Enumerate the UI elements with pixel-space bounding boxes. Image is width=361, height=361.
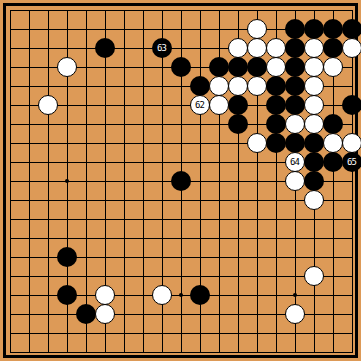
star-point [179, 293, 183, 297]
stone-black[interactable] [171, 57, 191, 77]
stone-white[interactable] [228, 38, 248, 58]
stone-black[interactable] [304, 152, 324, 172]
stone-white[interactable] [285, 114, 305, 134]
stone-black[interactable] [304, 133, 324, 153]
stone-white[interactable] [38, 95, 58, 115]
stone-black[interactable] [95, 38, 115, 58]
move-64-stone-white[interactable]: 64 [285, 152, 305, 172]
move-number-label: 63 [157, 44, 166, 53]
stone-white[interactable] [304, 266, 324, 286]
stone-white[interactable] [209, 76, 229, 96]
stone-black[interactable] [304, 19, 324, 39]
stone-black[interactable] [171, 171, 191, 191]
stone-white[interactable] [304, 114, 324, 134]
move-63-stone-black[interactable]: 63 [152, 38, 172, 58]
stone-white[interactable] [209, 95, 229, 115]
stone-black[interactable] [228, 57, 248, 77]
stone-black[interactable] [266, 114, 286, 134]
stone-white[interactable] [323, 57, 343, 77]
stone-white[interactable] [247, 19, 267, 39]
stone-black[interactable] [285, 19, 305, 39]
stone-black[interactable] [342, 95, 361, 115]
stone-white[interactable] [152, 285, 172, 305]
stone-black[interactable] [57, 285, 77, 305]
stone-white[interactable] [247, 76, 267, 96]
star-point [65, 179, 69, 183]
stone-black[interactable] [323, 38, 343, 58]
stone-white[interactable] [323, 133, 343, 153]
move-62-stone-white[interactable]: 62 [190, 95, 210, 115]
stone-white[interactable] [95, 285, 115, 305]
stone-black[interactable] [342, 19, 361, 39]
stone-black[interactable] [228, 114, 248, 134]
stone-black[interactable] [266, 133, 286, 153]
stone-black[interactable] [285, 95, 305, 115]
stone-white[interactable] [285, 304, 305, 324]
go-board[interactable]: 63626465 [0, 0, 361, 361]
stone-white[interactable] [266, 57, 286, 77]
stone-white[interactable] [285, 171, 305, 191]
stone-white[interactable] [304, 57, 324, 77]
stone-black[interactable] [323, 152, 343, 172]
stone-black[interactable] [285, 57, 305, 77]
move-number-label: 62 [195, 101, 204, 110]
stone-black[interactable] [190, 285, 210, 305]
stone-white[interactable] [342, 38, 361, 58]
stone-black[interactable] [285, 38, 305, 58]
stone-white[interactable] [304, 95, 324, 115]
stone-white[interactable] [95, 304, 115, 324]
stone-black[interactable] [190, 76, 210, 96]
stone-black[interactable] [285, 133, 305, 153]
stone-black[interactable] [209, 57, 229, 77]
stone-white[interactable] [304, 190, 324, 210]
move-number-label: 65 [347, 158, 356, 167]
stone-white[interactable] [228, 76, 248, 96]
star-point [293, 293, 297, 297]
move-65-stone-black[interactable]: 65 [342, 152, 361, 172]
stone-white[interactable] [247, 133, 267, 153]
stone-white[interactable] [342, 133, 361, 153]
stone-black[interactable] [266, 76, 286, 96]
stone-black[interactable] [247, 57, 267, 77]
stone-black[interactable] [228, 95, 248, 115]
stone-black[interactable] [304, 171, 324, 191]
stone-white[interactable] [304, 76, 324, 96]
stone-black[interactable] [323, 114, 343, 134]
stone-black[interactable] [285, 76, 305, 96]
stone-white[interactable] [57, 57, 77, 77]
stone-white[interactable] [266, 38, 286, 58]
stone-white[interactable] [247, 38, 267, 58]
stone-white[interactable] [304, 38, 324, 58]
stone-black[interactable] [266, 95, 286, 115]
stone-black[interactable] [76, 304, 96, 324]
stone-black[interactable] [323, 19, 343, 39]
stone-black[interactable] [57, 247, 77, 267]
move-number-label: 64 [290, 158, 299, 167]
